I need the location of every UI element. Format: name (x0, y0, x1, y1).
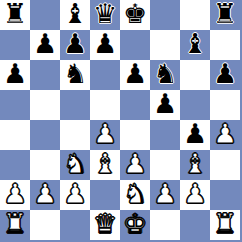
square-d3[interactable]: ♝ (90, 150, 120, 180)
square-a2[interactable]: ♟ (0, 180, 30, 210)
square-d1[interactable]: ♛ (90, 210, 120, 240)
piece-black-knight[interactable]: ♞ (153, 60, 177, 89)
square-c7[interactable]: ♟ (60, 30, 90, 60)
piece-white-bishop[interactable]: ♝ (93, 150, 117, 179)
square-d4[interactable]: ♟ (90, 120, 120, 150)
square-b2[interactable]: ♟ (30, 180, 60, 210)
square-g6[interactable] (180, 60, 210, 90)
square-a5[interactable] (0, 90, 30, 120)
square-a7[interactable] (0, 30, 30, 60)
piece-black-knight[interactable]: ♞ (63, 60, 87, 89)
piece-black-rook[interactable]: ♜ (3, 0, 27, 29)
square-c1[interactable] (60, 210, 90, 240)
square-a8[interactable]: ♜ (0, 0, 30, 30)
square-h6[interactable]: ♟ (210, 60, 240, 90)
piece-white-knight[interactable]: ♞ (123, 180, 147, 209)
square-g4[interactable]: ♟ (180, 120, 210, 150)
square-f8[interactable] (150, 0, 180, 30)
square-h7[interactable] (210, 30, 240, 60)
square-b6[interactable] (30, 60, 60, 90)
square-e6[interactable]: ♟ (120, 60, 150, 90)
piece-black-pawn[interactable]: ♟ (153, 90, 177, 119)
piece-white-pawn[interactable]: ♟ (123, 150, 147, 179)
square-e8[interactable]: ♚ (120, 0, 150, 30)
square-a4[interactable] (0, 120, 30, 150)
piece-black-bishop[interactable]: ♝ (63, 0, 87, 29)
square-b5[interactable] (30, 90, 60, 120)
square-h5[interactable] (210, 90, 240, 120)
square-g5[interactable] (180, 90, 210, 120)
square-d2[interactable] (90, 180, 120, 210)
piece-black-pawn[interactable]: ♟ (63, 30, 87, 59)
square-c2[interactable]: ♟ (60, 180, 90, 210)
square-a3[interactable] (0, 150, 30, 180)
square-e7[interactable] (120, 30, 150, 60)
square-d8[interactable]: ♛ (90, 0, 120, 30)
square-f6[interactable]: ♞ (150, 60, 180, 90)
piece-white-pawn[interactable]: ♟ (153, 180, 177, 209)
piece-black-pawn[interactable]: ♟ (33, 30, 57, 59)
piece-white-rook[interactable]: ♜ (3, 210, 27, 239)
piece-black-king[interactable]: ♚ (123, 0, 147, 29)
square-h1[interactable]: ♜ (210, 210, 240, 240)
piece-white-pawn[interactable]: ♟ (3, 180, 27, 209)
square-b8[interactable] (30, 0, 60, 30)
square-a6[interactable]: ♟ (0, 60, 30, 90)
square-f2[interactable]: ♟ (150, 180, 180, 210)
square-g2[interactable]: ♟ (180, 180, 210, 210)
piece-black-pawn[interactable]: ♟ (93, 30, 117, 59)
piece-white-pawn[interactable]: ♟ (63, 180, 87, 209)
square-b4[interactable] (30, 120, 60, 150)
piece-black-pawn[interactable]: ♟ (123, 60, 147, 89)
square-h4[interactable]: ♟ (210, 120, 240, 150)
piece-white-queen[interactable]: ♛ (93, 210, 117, 239)
piece-black-pawn[interactable]: ♟ (3, 60, 27, 89)
square-c4[interactable] (60, 120, 90, 150)
square-c6[interactable]: ♞ (60, 60, 90, 90)
square-d6[interactable] (90, 60, 120, 90)
piece-white-knight[interactable]: ♞ (63, 150, 87, 179)
square-e3[interactable]: ♟ (120, 150, 150, 180)
chess-board: ♜♝♛♚♜♟♟♟♝♟♞♟♞♟♟♟♟♟♞♝♟♝♟♟♟♞♟♟♜♛♚♜ (0, 0, 242, 242)
piece-white-bishop[interactable]: ♝ (183, 150, 207, 179)
square-d5[interactable] (90, 90, 120, 120)
square-e4[interactable] (120, 120, 150, 150)
square-b1[interactable] (30, 210, 60, 240)
piece-white-pawn[interactable]: ♟ (33, 180, 57, 209)
square-e2[interactable]: ♞ (120, 180, 150, 210)
piece-white-rook[interactable]: ♜ (213, 210, 237, 239)
square-b3[interactable] (30, 150, 60, 180)
square-d7[interactable]: ♟ (90, 30, 120, 60)
piece-black-queen[interactable]: ♛ (93, 0, 117, 29)
square-e1[interactable]: ♚ (120, 210, 150, 240)
square-c5[interactable] (60, 90, 90, 120)
piece-white-pawn[interactable]: ♟ (93, 120, 117, 149)
square-g8[interactable] (180, 0, 210, 30)
square-f4[interactable] (150, 120, 180, 150)
square-f5[interactable]: ♟ (150, 90, 180, 120)
piece-black-pawn[interactable]: ♟ (213, 60, 237, 89)
square-f3[interactable] (150, 150, 180, 180)
chess-board-grid: ♜♝♛♚♜♟♟♟♝♟♞♟♞♟♟♟♟♟♞♝♟♝♟♟♟♞♟♟♜♛♚♜ (0, 0, 240, 240)
square-f1[interactable] (150, 210, 180, 240)
piece-white-king[interactable]: ♚ (123, 210, 147, 239)
piece-black-pawn[interactable]: ♟ (183, 120, 207, 149)
square-g7[interactable]: ♝ (180, 30, 210, 60)
square-h2[interactable] (210, 180, 240, 210)
square-h8[interactable]: ♜ (210, 0, 240, 30)
square-h3[interactable] (210, 150, 240, 180)
piece-black-rook[interactable]: ♜ (213, 0, 237, 29)
square-c3[interactable]: ♞ (60, 150, 90, 180)
piece-white-pawn[interactable]: ♟ (213, 120, 237, 149)
square-f7[interactable] (150, 30, 180, 60)
square-a1[interactable]: ♜ (0, 210, 30, 240)
square-g1[interactable] (180, 210, 210, 240)
square-b7[interactable]: ♟ (30, 30, 60, 60)
square-c8[interactable]: ♝ (60, 0, 90, 30)
square-g3[interactable]: ♝ (180, 150, 210, 180)
piece-white-pawn[interactable]: ♟ (183, 180, 207, 209)
piece-black-bishop[interactable]: ♝ (183, 30, 207, 59)
square-e5[interactable] (120, 90, 150, 120)
